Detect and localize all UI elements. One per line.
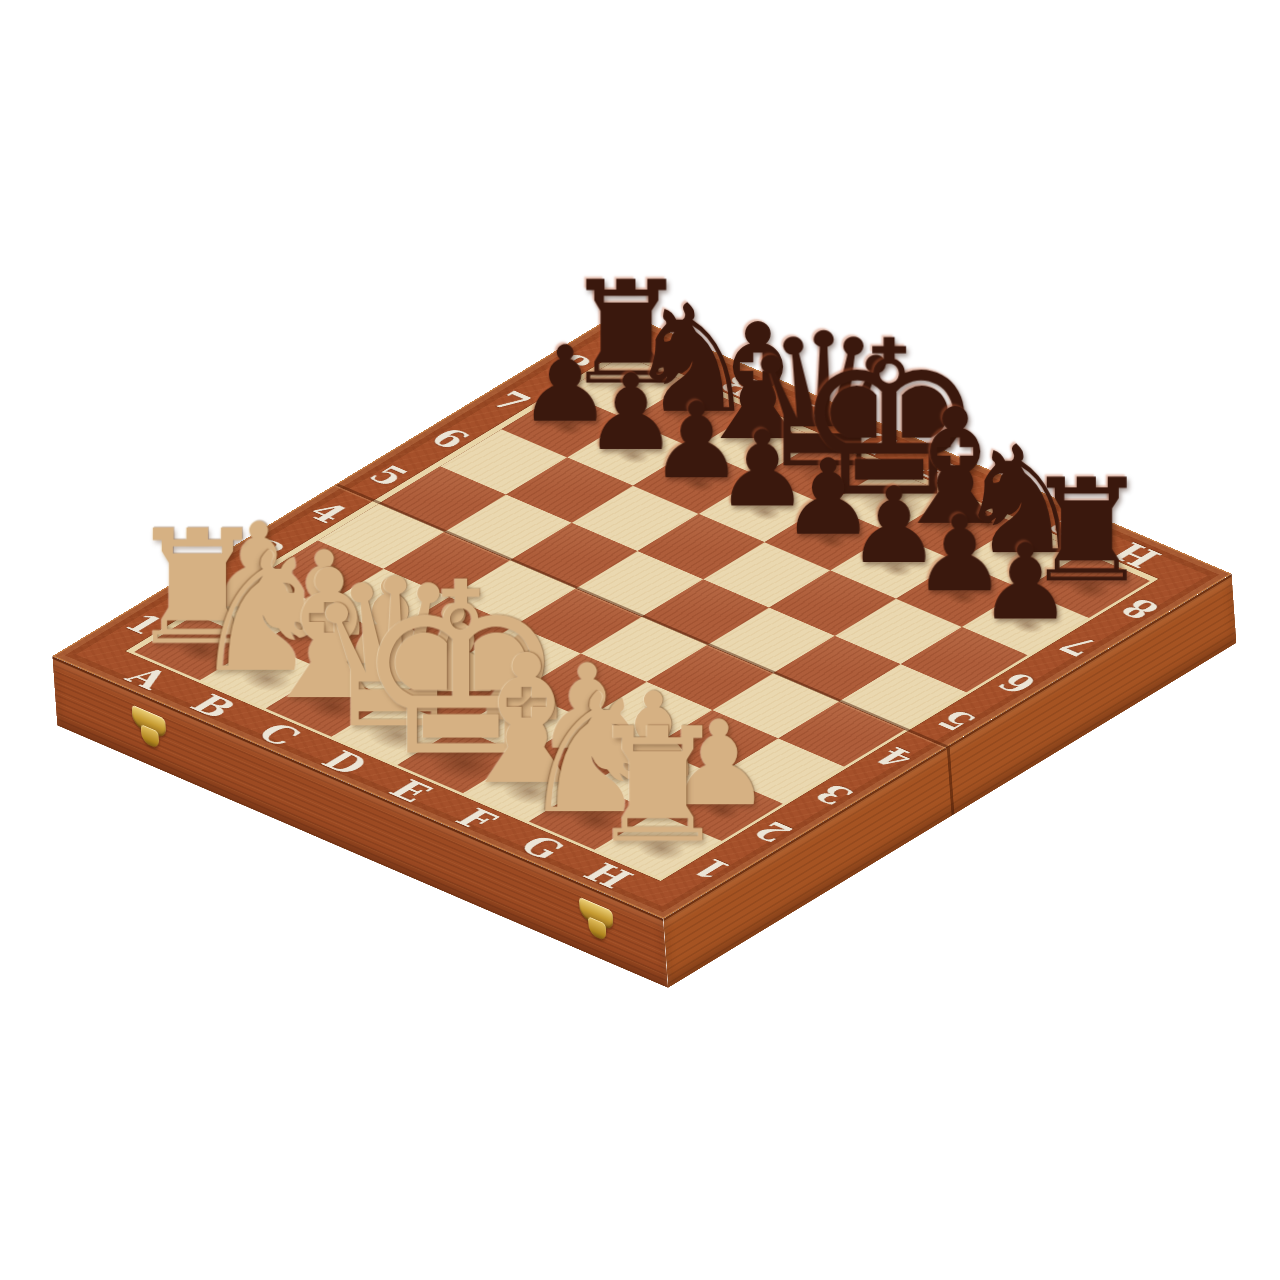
white-rook-glyph: ♜ bbox=[587, 706, 729, 864]
product-photo-background: ♜♞♝♛♚♝♞♜♟♟♟♟♟♟♟♟♟♟♟♟♟♟♟♟♜♞♝♛♚♝♞♜ AABBCCD… bbox=[0, 0, 1280, 1280]
case-top: ♜♞♝♛♚♝♞♜♟♟♟♟♟♟♟♟♟♟♟♟♟♟♟♟♜♞♝♛♚♝♞♜ AABBCCD… bbox=[52, 311, 1231, 918]
fold-seam-side bbox=[947, 748, 954, 816]
brass-latch-1 bbox=[132, 704, 168, 758]
black-pawn-glyph: ♟ bbox=[978, 530, 1072, 635]
square-g6[interactable] bbox=[835, 599, 962, 664]
board-case: ♜♞♝♛♚♝♞♜♟♟♟♟♟♟♟♟♟♟♟♟♟♟♟♟♜♞♝♛♚♝♞♜ AABBCCD… bbox=[52, 311, 1231, 918]
brass-latch-2 bbox=[579, 897, 615, 951]
square-h6[interactable] bbox=[901, 627, 1028, 692]
